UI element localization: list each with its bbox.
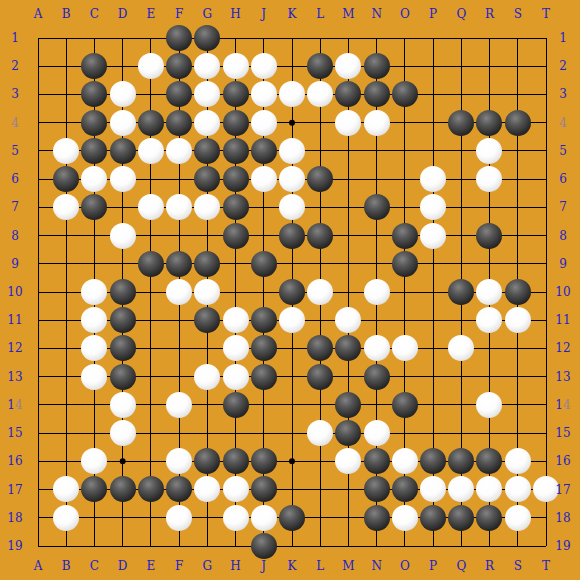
intersection-B18[interactable] — [52, 504, 80, 532]
intersection-C12[interactable] — [80, 334, 108, 362]
intersection-A12[interactable] — [24, 334, 52, 362]
intersection-P17[interactable] — [419, 475, 447, 503]
intersection-A15[interactable] — [24, 419, 52, 447]
intersection-O19[interactable] — [391, 532, 419, 560]
intersection-D10[interactable] — [109, 278, 137, 306]
intersection-G3[interactable] — [193, 80, 221, 108]
intersection-Q9[interactable] — [447, 250, 475, 278]
intersection-E16[interactable] — [137, 447, 165, 475]
intersection-N11[interactable] — [363, 306, 391, 334]
intersection-B7[interactable] — [52, 193, 80, 221]
intersection-A1[interactable] — [24, 24, 52, 52]
intersection-F6[interactable] — [165, 165, 193, 193]
intersection-J8[interactable] — [250, 221, 278, 249]
intersection-R11[interactable] — [475, 306, 503, 334]
intersection-H12[interactable] — [221, 334, 249, 362]
intersection-Q7[interactable] — [447, 193, 475, 221]
intersection-F4[interactable] — [165, 109, 193, 137]
intersection-J12[interactable] — [250, 334, 278, 362]
intersection-D7[interactable] — [109, 193, 137, 221]
intersection-C11[interactable] — [80, 306, 108, 334]
intersection-L3[interactable] — [306, 80, 334, 108]
intersection-D17[interactable] — [109, 475, 137, 503]
intersection-O12[interactable] — [391, 334, 419, 362]
intersection-C2[interactable] — [80, 52, 108, 80]
intersection-R16[interactable] — [475, 447, 503, 475]
intersection-M16[interactable] — [334, 447, 362, 475]
intersection-M2[interactable] — [334, 52, 362, 80]
intersection-K3[interactable] — [278, 80, 306, 108]
intersection-B10[interactable] — [52, 278, 80, 306]
intersection-E11[interactable] — [137, 306, 165, 334]
intersection-B8[interactable] — [52, 221, 80, 249]
intersection-G2[interactable] — [193, 52, 221, 80]
intersection-S16[interactable] — [504, 447, 532, 475]
intersection-Q3[interactable] — [447, 80, 475, 108]
intersection-R6[interactable] — [475, 165, 503, 193]
intersection-P14[interactable] — [419, 391, 447, 419]
intersection-D2[interactable] — [109, 52, 137, 80]
intersection-P5[interactable] — [419, 137, 447, 165]
intersection-O13[interactable] — [391, 363, 419, 391]
intersection-E10[interactable] — [137, 278, 165, 306]
intersection-L15[interactable] — [306, 419, 334, 447]
intersection-M6[interactable] — [334, 165, 362, 193]
intersection-H19[interactable] — [221, 532, 249, 560]
intersection-G10[interactable] — [193, 278, 221, 306]
intersection-D12[interactable] — [109, 334, 137, 362]
intersection-B9[interactable] — [52, 250, 80, 278]
intersection-N7[interactable] — [363, 193, 391, 221]
intersection-R14[interactable] — [475, 391, 503, 419]
intersection-H16[interactable] — [221, 447, 249, 475]
intersection-N1[interactable] — [363, 24, 391, 52]
intersection-R1[interactable] — [475, 24, 503, 52]
intersection-M18[interactable] — [334, 504, 362, 532]
intersection-P10[interactable] — [419, 278, 447, 306]
intersection-K7[interactable] — [278, 193, 306, 221]
intersection-Q8[interactable] — [447, 221, 475, 249]
intersection-S7[interactable] — [504, 193, 532, 221]
intersection-K17[interactable] — [278, 475, 306, 503]
intersection-J15[interactable] — [250, 419, 278, 447]
intersection-H6[interactable] — [221, 165, 249, 193]
intersection-C14[interactable] — [80, 391, 108, 419]
intersection-P3[interactable] — [419, 80, 447, 108]
intersection-B5[interactable] — [52, 137, 80, 165]
intersection-N12[interactable] — [363, 334, 391, 362]
intersection-L6[interactable] — [306, 165, 334, 193]
intersection-O4[interactable] — [391, 109, 419, 137]
intersection-M15[interactable] — [334, 419, 362, 447]
intersection-O9[interactable] — [391, 250, 419, 278]
intersection-P13[interactable] — [419, 363, 447, 391]
intersection-C10[interactable] — [80, 278, 108, 306]
intersection-R3[interactable] — [475, 80, 503, 108]
intersection-G15[interactable] — [193, 419, 221, 447]
intersection-A18[interactable] — [24, 504, 52, 532]
intersection-M12[interactable] — [334, 334, 362, 362]
intersection-O17[interactable] — [391, 475, 419, 503]
intersection-P11[interactable] — [419, 306, 447, 334]
intersection-S5[interactable] — [504, 137, 532, 165]
intersection-P19[interactable] — [419, 532, 447, 560]
intersection-B15[interactable] — [52, 419, 80, 447]
intersection-Q16[interactable] — [447, 447, 475, 475]
intersection-G8[interactable] — [193, 221, 221, 249]
intersection-P16[interactable] — [419, 447, 447, 475]
intersection-D9[interactable] — [109, 250, 137, 278]
intersection-G1[interactable] — [193, 24, 221, 52]
intersection-T4[interactable] — [532, 109, 560, 137]
intersection-M13[interactable] — [334, 363, 362, 391]
intersection-L9[interactable] — [306, 250, 334, 278]
intersection-M10[interactable] — [334, 278, 362, 306]
intersection-C4[interactable] — [80, 109, 108, 137]
intersection-A7[interactable] — [24, 193, 52, 221]
intersection-Q12[interactable] — [447, 334, 475, 362]
intersection-D4[interactable] — [109, 109, 137, 137]
intersection-E4[interactable] — [137, 109, 165, 137]
intersection-K6[interactable] — [278, 165, 306, 193]
intersection-K4[interactable] — [278, 109, 306, 137]
intersection-P9[interactable] — [419, 250, 447, 278]
intersection-N4[interactable] — [363, 109, 391, 137]
intersection-O5[interactable] — [391, 137, 419, 165]
intersection-G18[interactable] — [193, 504, 221, 532]
intersection-N16[interactable] — [363, 447, 391, 475]
intersection-Q18[interactable] — [447, 504, 475, 532]
intersection-A6[interactable] — [24, 165, 52, 193]
intersection-J13[interactable] — [250, 363, 278, 391]
intersection-N19[interactable] — [363, 532, 391, 560]
intersection-E2[interactable] — [137, 52, 165, 80]
intersection-G4[interactable] — [193, 109, 221, 137]
intersection-C8[interactable] — [80, 221, 108, 249]
intersection-M8[interactable] — [334, 221, 362, 249]
intersection-L1[interactable] — [306, 24, 334, 52]
intersection-S15[interactable] — [504, 419, 532, 447]
intersection-T2[interactable] — [532, 52, 560, 80]
intersection-M19[interactable] — [334, 532, 362, 560]
intersection-M4[interactable] — [334, 109, 362, 137]
intersection-M3[interactable] — [334, 80, 362, 108]
intersection-B6[interactable] — [52, 165, 80, 193]
intersection-O18[interactable] — [391, 504, 419, 532]
intersection-F16[interactable] — [165, 447, 193, 475]
intersection-N3[interactable] — [363, 80, 391, 108]
intersection-O14[interactable] — [391, 391, 419, 419]
intersection-C16[interactable] — [80, 447, 108, 475]
intersection-S6[interactable] — [504, 165, 532, 193]
intersection-N5[interactable] — [363, 137, 391, 165]
intersection-P18[interactable] — [419, 504, 447, 532]
intersection-O3[interactable] — [391, 80, 419, 108]
intersection-D1[interactable] — [109, 24, 137, 52]
intersection-C7[interactable] — [80, 193, 108, 221]
intersection-Q6[interactable] — [447, 165, 475, 193]
intersection-J18[interactable] — [250, 504, 278, 532]
intersection-K1[interactable] — [278, 24, 306, 52]
intersection-M17[interactable] — [334, 475, 362, 503]
intersection-K9[interactable] — [278, 250, 306, 278]
intersection-T8[interactable] — [532, 221, 560, 249]
intersection-L5[interactable] — [306, 137, 334, 165]
intersection-O6[interactable] — [391, 165, 419, 193]
intersection-J2[interactable] — [250, 52, 278, 80]
intersection-R8[interactable] — [475, 221, 503, 249]
intersection-B17[interactable] — [52, 475, 80, 503]
intersection-S3[interactable] — [504, 80, 532, 108]
intersection-B4[interactable] — [52, 109, 80, 137]
intersection-P15[interactable] — [419, 419, 447, 447]
intersection-A4[interactable] — [24, 109, 52, 137]
intersection-H5[interactable] — [221, 137, 249, 165]
intersection-E7[interactable] — [137, 193, 165, 221]
intersection-R5[interactable] — [475, 137, 503, 165]
intersection-G11[interactable] — [193, 306, 221, 334]
intersection-B11[interactable] — [52, 306, 80, 334]
intersection-J9[interactable] — [250, 250, 278, 278]
intersection-G9[interactable] — [193, 250, 221, 278]
intersection-C6[interactable] — [80, 165, 108, 193]
intersection-K14[interactable] — [278, 391, 306, 419]
intersection-L17[interactable] — [306, 475, 334, 503]
intersection-E3[interactable] — [137, 80, 165, 108]
intersection-E14[interactable] — [137, 391, 165, 419]
intersection-H4[interactable] — [221, 109, 249, 137]
intersection-A16[interactable] — [24, 447, 52, 475]
intersection-N6[interactable] — [363, 165, 391, 193]
intersection-D19[interactable] — [109, 532, 137, 560]
intersection-F17[interactable] — [165, 475, 193, 503]
intersection-R13[interactable] — [475, 363, 503, 391]
intersection-J1[interactable] — [250, 24, 278, 52]
intersection-J4[interactable] — [250, 109, 278, 137]
intersection-D13[interactable] — [109, 363, 137, 391]
intersection-K11[interactable] — [278, 306, 306, 334]
intersection-D11[interactable] — [109, 306, 137, 334]
intersection-Q15[interactable] — [447, 419, 475, 447]
intersection-J3[interactable] — [250, 80, 278, 108]
intersection-L7[interactable] — [306, 193, 334, 221]
intersection-M9[interactable] — [334, 250, 362, 278]
intersection-M14[interactable] — [334, 391, 362, 419]
intersection-R2[interactable] — [475, 52, 503, 80]
intersection-F2[interactable] — [165, 52, 193, 80]
intersection-H1[interactable] — [221, 24, 249, 52]
intersection-H13[interactable] — [221, 363, 249, 391]
intersection-L18[interactable] — [306, 504, 334, 532]
intersection-H8[interactable] — [221, 221, 249, 249]
intersection-H18[interactable] — [221, 504, 249, 532]
intersection-J5[interactable] — [250, 137, 278, 165]
intersection-H2[interactable] — [221, 52, 249, 80]
intersection-F7[interactable] — [165, 193, 193, 221]
intersection-G7[interactable] — [193, 193, 221, 221]
intersection-F10[interactable] — [165, 278, 193, 306]
intersection-R10[interactable] — [475, 278, 503, 306]
intersection-G16[interactable] — [193, 447, 221, 475]
intersection-R7[interactable] — [475, 193, 503, 221]
intersection-D5[interactable] — [109, 137, 137, 165]
intersection-A5[interactable] — [24, 137, 52, 165]
intersection-F11[interactable] — [165, 306, 193, 334]
intersection-Q11[interactable] — [447, 306, 475, 334]
intersection-S19[interactable] — [504, 532, 532, 560]
intersection-Q19[interactable] — [447, 532, 475, 560]
intersection-C3[interactable] — [80, 80, 108, 108]
intersection-F18[interactable] — [165, 504, 193, 532]
intersection-A13[interactable] — [24, 363, 52, 391]
intersection-B1[interactable] — [52, 24, 80, 52]
intersection-O15[interactable] — [391, 419, 419, 447]
intersection-Q4[interactable] — [447, 109, 475, 137]
intersection-E1[interactable] — [137, 24, 165, 52]
intersection-O2[interactable] — [391, 52, 419, 80]
intersection-B19[interactable] — [52, 532, 80, 560]
intersection-A9[interactable] — [24, 250, 52, 278]
intersection-L4[interactable] — [306, 109, 334, 137]
intersection-S8[interactable] — [504, 221, 532, 249]
intersection-P7[interactable] — [419, 193, 447, 221]
intersection-S10[interactable] — [504, 278, 532, 306]
intersection-H15[interactable] — [221, 419, 249, 447]
intersection-D6[interactable] — [109, 165, 137, 193]
intersection-S4[interactable] — [504, 109, 532, 137]
intersection-T3[interactable] — [532, 80, 560, 108]
intersection-O1[interactable] — [391, 24, 419, 52]
intersection-P2[interactable] — [419, 52, 447, 80]
intersection-E8[interactable] — [137, 221, 165, 249]
intersection-J14[interactable] — [250, 391, 278, 419]
intersection-K16[interactable] — [278, 447, 306, 475]
intersection-C1[interactable] — [80, 24, 108, 52]
intersection-E5[interactable] — [137, 137, 165, 165]
intersection-L8[interactable] — [306, 221, 334, 249]
intersection-G19[interactable] — [193, 532, 221, 560]
intersection-G13[interactable] — [193, 363, 221, 391]
intersection-N18[interactable] — [363, 504, 391, 532]
intersection-C13[interactable] — [80, 363, 108, 391]
intersection-C9[interactable] — [80, 250, 108, 278]
intersection-H7[interactable] — [221, 193, 249, 221]
intersection-L13[interactable] — [306, 363, 334, 391]
intersection-L11[interactable] — [306, 306, 334, 334]
intersection-F5[interactable] — [165, 137, 193, 165]
intersection-S18[interactable] — [504, 504, 532, 532]
intersection-J6[interactable] — [250, 165, 278, 193]
intersection-H10[interactable] — [221, 278, 249, 306]
intersection-E6[interactable] — [137, 165, 165, 193]
intersection-G6[interactable] — [193, 165, 221, 193]
intersection-O16[interactable] — [391, 447, 419, 475]
intersection-N14[interactable] — [363, 391, 391, 419]
intersection-B16[interactable] — [52, 447, 80, 475]
intersection-B13[interactable] — [52, 363, 80, 391]
intersection-H11[interactable] — [221, 306, 249, 334]
intersection-D3[interactable] — [109, 80, 137, 108]
intersection-R17[interactable] — [475, 475, 503, 503]
intersection-D18[interactable] — [109, 504, 137, 532]
intersection-K19[interactable] — [278, 532, 306, 560]
intersection-S11[interactable] — [504, 306, 532, 334]
intersection-O10[interactable] — [391, 278, 419, 306]
intersection-F3[interactable] — [165, 80, 193, 108]
intersection-M5[interactable] — [334, 137, 362, 165]
intersection-S1[interactable] — [504, 24, 532, 52]
intersection-G5[interactable] — [193, 137, 221, 165]
intersection-D14[interactable] — [109, 391, 137, 419]
intersection-B14[interactable] — [52, 391, 80, 419]
intersection-A10[interactable] — [24, 278, 52, 306]
intersection-Q14[interactable] — [447, 391, 475, 419]
intersection-A3[interactable] — [24, 80, 52, 108]
intersection-K8[interactable] — [278, 221, 306, 249]
intersection-H3[interactable] — [221, 80, 249, 108]
intersection-H9[interactable] — [221, 250, 249, 278]
intersection-E9[interactable] — [137, 250, 165, 278]
intersection-C17[interactable] — [80, 475, 108, 503]
intersection-P6[interactable] — [419, 165, 447, 193]
intersection-A2[interactable] — [24, 52, 52, 80]
intersection-Q5[interactable] — [447, 137, 475, 165]
intersection-K18[interactable] — [278, 504, 306, 532]
intersection-K10[interactable] — [278, 278, 306, 306]
intersection-J10[interactable] — [250, 278, 278, 306]
intersection-R4[interactable] — [475, 109, 503, 137]
intersection-A14[interactable] — [24, 391, 52, 419]
intersection-C15[interactable] — [80, 419, 108, 447]
intersection-F15[interactable] — [165, 419, 193, 447]
intersection-R18[interactable] — [475, 504, 503, 532]
intersection-J16[interactable] — [250, 447, 278, 475]
intersection-Q17[interactable] — [447, 475, 475, 503]
intersection-O11[interactable] — [391, 306, 419, 334]
intersection-F14[interactable] — [165, 391, 193, 419]
intersection-C18[interactable] — [80, 504, 108, 532]
intersection-S2[interactable] — [504, 52, 532, 80]
intersection-E12[interactable] — [137, 334, 165, 362]
intersection-L12[interactable] — [306, 334, 334, 362]
intersection-N15[interactable] — [363, 419, 391, 447]
intersection-F19[interactable] — [165, 532, 193, 560]
intersection-N10[interactable] — [363, 278, 391, 306]
intersection-R15[interactable] — [475, 419, 503, 447]
intersection-R19[interactable] — [475, 532, 503, 560]
intersection-S17[interactable] — [504, 475, 532, 503]
intersection-H14[interactable] — [221, 391, 249, 419]
intersection-E17[interactable] — [137, 475, 165, 503]
intersection-D8[interactable] — [109, 221, 137, 249]
intersection-M11[interactable] — [334, 306, 362, 334]
intersection-Q10[interactable] — [447, 278, 475, 306]
intersection-L2[interactable] — [306, 52, 334, 80]
intersection-E15[interactable] — [137, 419, 165, 447]
intersection-G12[interactable] — [193, 334, 221, 362]
intersection-S13[interactable] — [504, 363, 532, 391]
intersection-S9[interactable] — [504, 250, 532, 278]
intersection-P8[interactable] — [419, 221, 447, 249]
intersection-J17[interactable] — [250, 475, 278, 503]
intersection-K13[interactable] — [278, 363, 306, 391]
intersection-A19[interactable] — [24, 532, 52, 560]
intersection-M7[interactable] — [334, 193, 362, 221]
intersection-N2[interactable] — [363, 52, 391, 80]
intersection-P1[interactable] — [419, 24, 447, 52]
intersection-K5[interactable] — [278, 137, 306, 165]
intersection-O7[interactable] — [391, 193, 419, 221]
